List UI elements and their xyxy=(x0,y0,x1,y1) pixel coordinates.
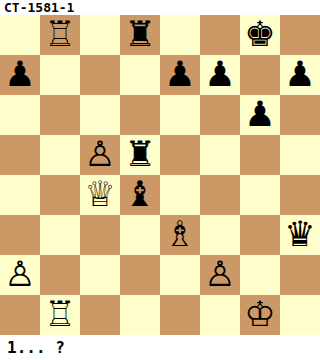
square-g8[interactable]: ♚ xyxy=(240,15,280,55)
square-c6[interactable] xyxy=(80,95,120,135)
square-f1[interactable] xyxy=(200,295,240,335)
square-c3[interactable] xyxy=(80,215,120,255)
square-e2[interactable] xyxy=(160,255,200,295)
square-d3[interactable] xyxy=(120,215,160,255)
square-e8[interactable] xyxy=(160,15,200,55)
piece-white-pawn: ♙ xyxy=(204,255,235,294)
piece-black-queen: ♛ xyxy=(284,215,315,254)
square-f3[interactable] xyxy=(200,215,240,255)
square-c8[interactable] xyxy=(80,15,120,55)
piece-black-rook: ♜ xyxy=(124,15,155,54)
square-e6[interactable] xyxy=(160,95,200,135)
square-b5[interactable] xyxy=(40,135,80,175)
square-c1[interactable] xyxy=(80,295,120,335)
square-h4[interactable] xyxy=(280,175,320,215)
square-b3[interactable] xyxy=(40,215,80,255)
square-b4[interactable] xyxy=(40,175,80,215)
piece-black-pawn: ♟ xyxy=(284,55,315,94)
move-prompt-label: 1... ? xyxy=(0,335,320,360)
square-d2[interactable] xyxy=(120,255,160,295)
piece-black-bishop: ♝ xyxy=(124,175,155,214)
square-b6[interactable] xyxy=(40,95,80,135)
square-d8[interactable]: ♜ xyxy=(120,15,160,55)
square-h2[interactable] xyxy=(280,255,320,295)
square-h1[interactable] xyxy=(280,295,320,335)
square-h3[interactable]: ♛ xyxy=(280,215,320,255)
piece-white-pawn: ♙ xyxy=(84,135,115,174)
piece-black-pawn: ♟ xyxy=(164,55,195,94)
piece-black-pawn: ♟ xyxy=(204,55,235,94)
square-c4[interactable]: ♕ xyxy=(80,175,120,215)
square-f4[interactable] xyxy=(200,175,240,215)
piece-black-rook: ♜ xyxy=(124,135,155,174)
square-f6[interactable] xyxy=(200,95,240,135)
chess-puzzle-diagram: CT-1581-1 ♖♜♚♟♟♟♟♟♙♜♕♝♗♛♙♙♖♔ 1... ? xyxy=(0,0,320,360)
piece-white-rook: ♖ xyxy=(44,295,75,334)
square-c7[interactable] xyxy=(80,55,120,95)
square-a2[interactable]: ♙ xyxy=(0,255,40,295)
square-d1[interactable] xyxy=(120,295,160,335)
square-e5[interactable] xyxy=(160,135,200,175)
square-b8[interactable]: ♖ xyxy=(40,15,80,55)
square-e4[interactable] xyxy=(160,175,200,215)
piece-black-king: ♚ xyxy=(244,15,275,54)
square-f2[interactable]: ♙ xyxy=(200,255,240,295)
square-g6[interactable]: ♟ xyxy=(240,95,280,135)
square-g7[interactable] xyxy=(240,55,280,95)
square-h6[interactable] xyxy=(280,95,320,135)
square-b1[interactable]: ♖ xyxy=(40,295,80,335)
square-a8[interactable] xyxy=(0,15,40,55)
square-f8[interactable] xyxy=(200,15,240,55)
piece-black-pawn: ♟ xyxy=(4,55,35,94)
piece-white-queen: ♕ xyxy=(84,175,115,214)
square-d5[interactable]: ♜ xyxy=(120,135,160,175)
piece-black-pawn: ♟ xyxy=(244,95,275,134)
square-d4[interactable]: ♝ xyxy=(120,175,160,215)
piece-white-bishop: ♗ xyxy=(164,215,195,254)
square-g2[interactable] xyxy=(240,255,280,295)
square-a5[interactable] xyxy=(0,135,40,175)
square-c5[interactable]: ♙ xyxy=(80,135,120,175)
piece-white-rook: ♖ xyxy=(44,15,75,54)
puzzle-id-label: CT-1581-1 xyxy=(0,0,320,15)
square-a7[interactable]: ♟ xyxy=(0,55,40,95)
square-g3[interactable] xyxy=(240,215,280,255)
square-b7[interactable] xyxy=(40,55,80,95)
square-d7[interactable] xyxy=(120,55,160,95)
piece-white-king: ♔ xyxy=(244,295,275,334)
square-h5[interactable] xyxy=(280,135,320,175)
chess-board: ♖♜♚♟♟♟♟♟♙♜♕♝♗♛♙♙♖♔ xyxy=(0,15,320,335)
square-g5[interactable] xyxy=(240,135,280,175)
square-f7[interactable]: ♟ xyxy=(200,55,240,95)
square-e7[interactable]: ♟ xyxy=(160,55,200,95)
square-g1[interactable]: ♔ xyxy=(240,295,280,335)
square-h8[interactable] xyxy=(280,15,320,55)
square-g4[interactable] xyxy=(240,175,280,215)
square-d6[interactable] xyxy=(120,95,160,135)
square-c2[interactable] xyxy=(80,255,120,295)
square-a4[interactable] xyxy=(0,175,40,215)
square-a6[interactable] xyxy=(0,95,40,135)
square-f5[interactable] xyxy=(200,135,240,175)
square-h7[interactable]: ♟ xyxy=(280,55,320,95)
square-b2[interactable] xyxy=(40,255,80,295)
square-e1[interactable] xyxy=(160,295,200,335)
square-e3[interactable]: ♗ xyxy=(160,215,200,255)
piece-white-pawn: ♙ xyxy=(4,255,35,294)
square-a3[interactable] xyxy=(0,215,40,255)
square-a1[interactable] xyxy=(0,295,40,335)
